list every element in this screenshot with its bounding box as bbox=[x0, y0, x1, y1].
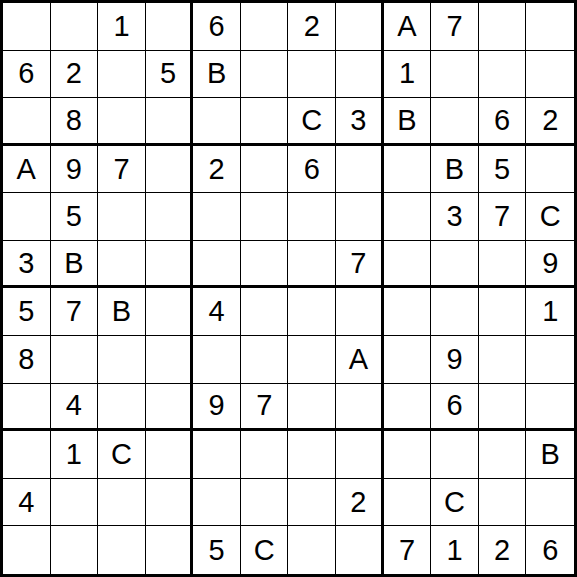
cell-r1c8-empty[interactable] bbox=[336, 3, 384, 51]
cell-r7c12-given: 1 bbox=[526, 288, 574, 336]
cell-r4c7-given: 6 bbox=[288, 146, 336, 194]
cell-r10c7-empty[interactable] bbox=[288, 431, 336, 479]
cell-r7c5-given: 4 bbox=[193, 288, 241, 336]
cell-r4c3-given: 7 bbox=[98, 146, 146, 194]
cell-r3c8-given: 3 bbox=[336, 98, 384, 146]
cell-r5c2-given: 5 bbox=[51, 193, 99, 241]
cell-r11c1-given: 4 bbox=[3, 479, 51, 527]
cell-r5c7-empty[interactable] bbox=[288, 193, 336, 241]
cell-r2c6-empty[interactable] bbox=[241, 51, 289, 99]
cell-r2c1-given: 6 bbox=[3, 51, 51, 99]
cell-r11c9-empty[interactable] bbox=[384, 479, 432, 527]
cell-r12c12-given: 6 bbox=[526, 526, 574, 574]
sudoku-board: 162A7625B18C3B62A9726B5537C3B7957B418A94… bbox=[0, 0, 577, 577]
cell-r8c7-empty[interactable] bbox=[288, 336, 336, 384]
cell-r1c2-empty[interactable] bbox=[51, 3, 99, 51]
cell-r9c10-given: 6 bbox=[431, 384, 479, 432]
cell-r7c8-empty[interactable] bbox=[336, 288, 384, 336]
cell-r1c12-empty[interactable] bbox=[526, 3, 574, 51]
cell-r2c11-empty[interactable] bbox=[479, 51, 527, 99]
cell-r9c5-given: 9 bbox=[193, 384, 241, 432]
cell-r2c4-given: 5 bbox=[146, 51, 194, 99]
cell-r11c2-empty[interactable] bbox=[51, 479, 99, 527]
cell-r10c1-empty[interactable] bbox=[3, 431, 51, 479]
cell-r7c11-empty[interactable] bbox=[479, 288, 527, 336]
cell-r10c6-empty[interactable] bbox=[241, 431, 289, 479]
cell-r4c1-given: A bbox=[3, 146, 51, 194]
cell-r2c5-given: B bbox=[193, 51, 241, 99]
cell-r12c4-empty[interactable] bbox=[146, 526, 194, 574]
cell-r10c11-empty[interactable] bbox=[479, 431, 527, 479]
cell-r3c1-empty[interactable] bbox=[3, 98, 51, 146]
cell-r7c7-empty[interactable] bbox=[288, 288, 336, 336]
cell-r3c11-given: 6 bbox=[479, 98, 527, 146]
cell-r4c10-given: B bbox=[431, 146, 479, 194]
cell-r7c6-empty[interactable] bbox=[241, 288, 289, 336]
cell-r1c5-given: 6 bbox=[193, 3, 241, 51]
cell-r4c9-empty[interactable] bbox=[384, 146, 432, 194]
cell-r5c12-given: C bbox=[526, 193, 574, 241]
cell-r9c8-empty[interactable] bbox=[336, 384, 384, 432]
cell-r7c4-empty[interactable] bbox=[146, 288, 194, 336]
cell-r10c3-given: C bbox=[98, 431, 146, 479]
cell-r9c4-empty[interactable] bbox=[146, 384, 194, 432]
cell-r9c2-given: 4 bbox=[51, 384, 99, 432]
cell-r5c9-empty[interactable] bbox=[384, 193, 432, 241]
cell-r5c10-given: 3 bbox=[431, 193, 479, 241]
cell-r7c2-given: 7 bbox=[51, 288, 99, 336]
cell-r8c2-empty[interactable] bbox=[51, 336, 99, 384]
cell-r3c3-empty[interactable] bbox=[98, 98, 146, 146]
cell-r1c1-empty[interactable] bbox=[3, 3, 51, 51]
cell-r11c3-empty[interactable] bbox=[98, 479, 146, 527]
cell-r9c7-empty[interactable] bbox=[288, 384, 336, 432]
cell-r5c4-empty[interactable] bbox=[146, 193, 194, 241]
cell-r9c1-empty[interactable] bbox=[3, 384, 51, 432]
cell-r1c6-empty[interactable] bbox=[241, 3, 289, 51]
cell-r6c3-empty[interactable] bbox=[98, 241, 146, 289]
cell-r12c1-empty[interactable] bbox=[3, 526, 51, 574]
cell-r10c12-given: B bbox=[526, 431, 574, 479]
cell-r8c5-empty[interactable] bbox=[193, 336, 241, 384]
cell-r4c12-empty[interactable] bbox=[526, 146, 574, 194]
cell-r12c3-empty[interactable] bbox=[98, 526, 146, 574]
cell-r11c6-empty[interactable] bbox=[241, 479, 289, 527]
cell-r10c8-empty[interactable] bbox=[336, 431, 384, 479]
cell-r4c5-given: 2 bbox=[193, 146, 241, 194]
cell-r7c10-empty[interactable] bbox=[431, 288, 479, 336]
cell-r2c2-given: 2 bbox=[51, 51, 99, 99]
cell-r6c10-empty[interactable] bbox=[431, 241, 479, 289]
cell-r10c10-empty[interactable] bbox=[431, 431, 479, 479]
cell-r5c8-empty[interactable] bbox=[336, 193, 384, 241]
cell-r4c4-empty[interactable] bbox=[146, 146, 194, 194]
cell-r2c8-empty[interactable] bbox=[336, 51, 384, 99]
cell-r2c12-empty[interactable] bbox=[526, 51, 574, 99]
cell-r6c7-empty[interactable] bbox=[288, 241, 336, 289]
cell-r9c3-empty[interactable] bbox=[98, 384, 146, 432]
cell-r9c6-given: 7 bbox=[241, 384, 289, 432]
cell-r6c2-given: B bbox=[51, 241, 99, 289]
cell-r1c3-given: 1 bbox=[98, 3, 146, 51]
cell-r1c9-given: A bbox=[384, 3, 432, 51]
cell-r6c8-given: 7 bbox=[336, 241, 384, 289]
cell-r2c7-empty[interactable] bbox=[288, 51, 336, 99]
cell-r6c5-empty[interactable] bbox=[193, 241, 241, 289]
cell-r4c8-empty[interactable] bbox=[336, 146, 384, 194]
cell-r8c4-empty[interactable] bbox=[146, 336, 194, 384]
cell-r11c5-empty[interactable] bbox=[193, 479, 241, 527]
cell-r1c7-given: 2 bbox=[288, 3, 336, 51]
cell-r7c3-given: B bbox=[98, 288, 146, 336]
cell-r8c9-empty[interactable] bbox=[384, 336, 432, 384]
cell-r5c5-empty[interactable] bbox=[193, 193, 241, 241]
cell-r5c1-empty[interactable] bbox=[3, 193, 51, 241]
cell-r10c4-empty[interactable] bbox=[146, 431, 194, 479]
cell-r8c8-given: A bbox=[336, 336, 384, 384]
cell-r8c3-empty[interactable] bbox=[98, 336, 146, 384]
cell-r3c9-given: B bbox=[384, 98, 432, 146]
cell-r6c1-given: 3 bbox=[3, 241, 51, 289]
cell-r8c1-given: 8 bbox=[3, 336, 51, 384]
cell-r3c5-empty[interactable] bbox=[193, 98, 241, 146]
cell-r11c10-given: C bbox=[431, 479, 479, 527]
cell-r6c4-empty[interactable] bbox=[146, 241, 194, 289]
cell-r3c4-empty[interactable] bbox=[146, 98, 194, 146]
cell-r12c5-given: 5 bbox=[193, 526, 241, 574]
cell-r12c9-given: 7 bbox=[384, 526, 432, 574]
cell-r12c2-empty[interactable] bbox=[51, 526, 99, 574]
cell-r3c12-given: 2 bbox=[526, 98, 574, 146]
cell-r12c11-given: 2 bbox=[479, 526, 527, 574]
cell-r1c4-empty[interactable] bbox=[146, 3, 194, 51]
cell-r9c12-empty[interactable] bbox=[526, 384, 574, 432]
cell-r6c6-empty[interactable] bbox=[241, 241, 289, 289]
cell-r2c3-empty[interactable] bbox=[98, 51, 146, 99]
cell-r3c10-empty[interactable] bbox=[431, 98, 479, 146]
cell-r11c8-given: 2 bbox=[336, 479, 384, 527]
cell-r8c6-empty[interactable] bbox=[241, 336, 289, 384]
cell-r8c10-given: 9 bbox=[431, 336, 479, 384]
cell-r3c2-given: 8 bbox=[51, 98, 99, 146]
cell-r3c7-given: C bbox=[288, 98, 336, 146]
cell-r11c4-empty[interactable] bbox=[146, 479, 194, 527]
cell-r6c11-empty[interactable] bbox=[479, 241, 527, 289]
cell-r1c10-given: 7 bbox=[431, 3, 479, 51]
cell-r7c1-given: 5 bbox=[3, 288, 51, 336]
cell-r11c7-empty[interactable] bbox=[288, 479, 336, 527]
cell-r4c11-given: 5 bbox=[479, 146, 527, 194]
cell-r12c10-given: 1 bbox=[431, 526, 479, 574]
cell-r5c6-empty[interactable] bbox=[241, 193, 289, 241]
cell-r8c12-empty[interactable] bbox=[526, 336, 574, 384]
cell-r10c5-empty[interactable] bbox=[193, 431, 241, 479]
cell-r10c2-given: 1 bbox=[51, 431, 99, 479]
cell-r3c6-empty[interactable] bbox=[241, 98, 289, 146]
cell-r12c6-given: C bbox=[241, 526, 289, 574]
cell-r4c2-given: 9 bbox=[51, 146, 99, 194]
cell-r11c12-empty[interactable] bbox=[526, 479, 574, 527]
cell-r5c11-given: 7 bbox=[479, 193, 527, 241]
cell-r7c9-empty[interactable] bbox=[384, 288, 432, 336]
cell-r9c9-empty[interactable] bbox=[384, 384, 432, 432]
cell-r12c7-empty[interactable] bbox=[288, 526, 336, 574]
cell-r5c3-empty[interactable] bbox=[98, 193, 146, 241]
cell-r12c8-empty[interactable] bbox=[336, 526, 384, 574]
cell-r1c11-empty[interactable] bbox=[479, 3, 527, 51]
cell-r10c9-empty[interactable] bbox=[384, 431, 432, 479]
cell-r2c10-empty[interactable] bbox=[431, 51, 479, 99]
cell-r6c9-empty[interactable] bbox=[384, 241, 432, 289]
cell-r8c11-empty[interactable] bbox=[479, 336, 527, 384]
cell-r4c6-empty[interactable] bbox=[241, 146, 289, 194]
cell-r11c11-empty[interactable] bbox=[479, 479, 527, 527]
cell-r9c11-empty[interactable] bbox=[479, 384, 527, 432]
cell-r2c9-given: 1 bbox=[384, 51, 432, 99]
cell-r6c12-given: 9 bbox=[526, 241, 574, 289]
